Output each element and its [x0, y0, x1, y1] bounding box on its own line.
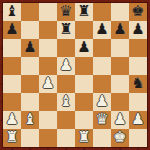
- square-f1[interactable]: [93, 129, 111, 147]
- square-h3[interactable]: [129, 93, 147, 111]
- square-a4[interactable]: [3, 75, 21, 93]
- square-c8[interactable]: [39, 3, 57, 21]
- square-f6[interactable]: [93, 39, 111, 57]
- square-a2[interactable]: ♟: [3, 111, 21, 129]
- square-h6[interactable]: [129, 39, 147, 57]
- square-g6[interactable]: [111, 39, 129, 57]
- square-b6[interactable]: ♟: [21, 39, 39, 57]
- file-label-f: f: [95, 147, 109, 149]
- black-pawn-g7[interactable]: ♟: [111, 21, 129, 39]
- white-queen-f2[interactable]: ♛: [93, 111, 111, 129]
- square-f3[interactable]: ♟: [93, 93, 111, 111]
- black-pawn-a7[interactable]: ♟: [3, 21, 21, 39]
- file-label-e: e: [77, 147, 91, 149]
- white-pawn-f3[interactable]: ♟: [93, 93, 111, 111]
- square-g5[interactable]: [111, 57, 129, 75]
- square-c7[interactable]: [39, 21, 57, 39]
- white-pawn-g2[interactable]: ♟: [111, 111, 129, 129]
- square-e4[interactable]: [75, 75, 93, 93]
- square-d8[interactable]: ♛: [57, 3, 75, 21]
- square-f4[interactable]: [93, 75, 111, 93]
- white-pawn-d5[interactable]: ♟: [57, 57, 75, 75]
- square-c1[interactable]: [39, 129, 57, 147]
- square-c4[interactable]: ♟: [39, 75, 57, 93]
- board-frame: ♝♛♜♚♟♜♟♟♟♟♟♟♟♞♝♟♟♝♛♟♟♜♜♚ 87654321 abcdef…: [0, 0, 150, 150]
- square-d5[interactable]: ♟: [57, 57, 75, 75]
- white-pawn-h2[interactable]: ♟: [129, 111, 147, 129]
- black-knight-h4[interactable]: ♞: [129, 75, 147, 93]
- square-b3[interactable]: [21, 93, 39, 111]
- square-g2[interactable]: ♟: [111, 111, 129, 129]
- square-e7[interactable]: [75, 21, 93, 39]
- square-h4[interactable]: ♞: [129, 75, 147, 93]
- square-a3[interactable]: [3, 93, 21, 111]
- square-a1[interactable]: ♜: [3, 129, 21, 147]
- square-e5[interactable]: [75, 57, 93, 75]
- square-d2[interactable]: [57, 111, 75, 129]
- file-label-g: g: [113, 147, 127, 149]
- square-b7[interactable]: [21, 21, 39, 39]
- black-pawn-f7[interactable]: ♟: [93, 21, 111, 39]
- square-h2[interactable]: ♟: [129, 111, 147, 129]
- file-label-h: h: [131, 147, 145, 149]
- black-bishop-a8[interactable]: ♝: [3, 3, 21, 21]
- square-d6[interactable]: [57, 39, 75, 57]
- square-c5[interactable]: [39, 57, 57, 75]
- square-b1[interactable]: [21, 129, 39, 147]
- square-f7[interactable]: ♟: [93, 21, 111, 39]
- square-b4[interactable]: [21, 75, 39, 93]
- file-label-b: b: [23, 147, 37, 149]
- square-e3[interactable]: [75, 93, 93, 111]
- square-g1[interactable]: ♚: [111, 129, 129, 147]
- white-rook-a1[interactable]: ♜: [3, 129, 21, 147]
- file-label-d: d: [59, 147, 73, 149]
- square-a5[interactable]: [3, 57, 21, 75]
- square-g7[interactable]: ♟: [111, 21, 129, 39]
- white-king-g1[interactable]: ♚: [111, 129, 129, 147]
- square-b8[interactable]: [21, 3, 39, 21]
- square-e6[interactable]: ♟: [75, 39, 93, 57]
- square-h1[interactable]: [129, 129, 147, 147]
- square-a6[interactable]: [3, 39, 21, 57]
- square-d3[interactable]: ♝: [57, 93, 75, 111]
- square-e2[interactable]: [75, 111, 93, 129]
- black-rook-d7[interactable]: ♜: [57, 21, 75, 39]
- chess-board: ♝♛♜♚♟♜♟♟♟♟♟♟♟♞♝♟♟♝♛♟♟♜♜♚: [3, 3, 147, 147]
- white-rook-e1[interactable]: ♜: [75, 129, 93, 147]
- black-pawn-b6[interactable]: ♟: [21, 39, 39, 57]
- square-g8[interactable]: [111, 3, 129, 21]
- square-f2[interactable]: ♛: [93, 111, 111, 129]
- square-h7[interactable]: ♟: [129, 21, 147, 39]
- file-label-a: a: [5, 147, 19, 149]
- file-label-c: c: [41, 147, 55, 149]
- square-e8[interactable]: ♜: [75, 3, 93, 21]
- black-rook-e8[interactable]: ♜: [75, 3, 93, 21]
- square-d4[interactable]: [57, 75, 75, 93]
- square-a8[interactable]: ♝: [3, 3, 21, 21]
- square-h8[interactable]: ♚: [129, 3, 147, 21]
- white-bishop-d3[interactable]: ♝: [57, 93, 75, 111]
- black-king-h8[interactable]: ♚: [129, 3, 147, 21]
- square-f8[interactable]: [93, 3, 111, 21]
- square-a7[interactable]: ♟: [3, 21, 21, 39]
- white-pawn-a2[interactable]: ♟: [3, 111, 21, 129]
- black-pawn-e6[interactable]: ♟: [75, 39, 93, 57]
- black-queen-d8[interactable]: ♛: [57, 3, 75, 21]
- square-c2[interactable]: [39, 111, 57, 129]
- white-bishop-b2[interactable]: ♝: [21, 111, 39, 129]
- black-pawn-h7[interactable]: ♟: [129, 21, 147, 39]
- square-g3[interactable]: [111, 93, 129, 111]
- square-b5[interactable]: [21, 57, 39, 75]
- square-f5[interactable]: [93, 57, 111, 75]
- square-e1[interactable]: ♜: [75, 129, 93, 147]
- square-c6[interactable]: [39, 39, 57, 57]
- square-d1[interactable]: [57, 129, 75, 147]
- square-c3[interactable]: [39, 93, 57, 111]
- square-g4[interactable]: [111, 75, 129, 93]
- square-h5[interactable]: [129, 57, 147, 75]
- square-d7[interactable]: ♜: [57, 21, 75, 39]
- file-labels: abcdefgh: [3, 147, 147, 150]
- white-pawn-c4[interactable]: ♟: [39, 75, 57, 93]
- square-b2[interactable]: ♝: [21, 111, 39, 129]
